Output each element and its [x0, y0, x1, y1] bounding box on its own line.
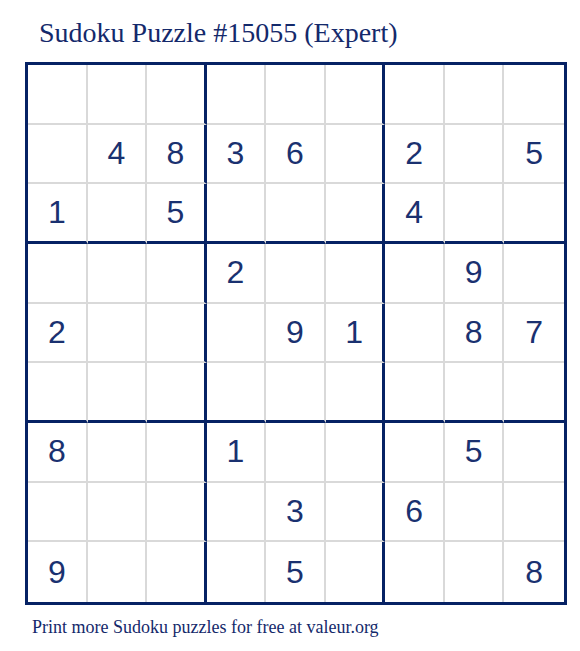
- sudoku-cell-r8c9: [504, 483, 564, 543]
- sudoku-cell-r7c3: [147, 423, 207, 483]
- sudoku-cell-r4c1: [28, 244, 88, 304]
- sudoku-cell-r3c3: 5: [147, 184, 207, 244]
- sudoku-cell-r7c7: [385, 423, 445, 483]
- sudoku-cell-r3c7: 4: [385, 184, 445, 244]
- sudoku-cell-r2c1: [28, 125, 88, 185]
- sudoku-cell-r7c9: [504, 423, 564, 483]
- sudoku-cell-r7c5: [266, 423, 326, 483]
- sudoku-cell-r4c3: [147, 244, 207, 304]
- sudoku-cell-r6c9: [504, 363, 564, 423]
- sudoku-cell-r9c5: 5: [266, 542, 326, 602]
- sudoku-cell-r2c2: 4: [88, 125, 148, 185]
- sudoku-cell-r9c8: [445, 542, 505, 602]
- sudoku-cell-r3c1: 1: [28, 184, 88, 244]
- sudoku-cell-r5c5: 9: [266, 304, 326, 364]
- footer-text: Print more Sudoku puzzles for free at va…: [32, 615, 379, 639]
- sudoku-cell-r4c7: [385, 244, 445, 304]
- sudoku-cell-r4c8: 9: [445, 244, 505, 304]
- sudoku-cell-r8c6: [326, 483, 386, 543]
- sudoku-cell-r5c3: [147, 304, 207, 364]
- sudoku-cell-r9c7: [385, 542, 445, 602]
- sudoku-cell-r3c2: [88, 184, 148, 244]
- sudoku-cell-r5c9: 7: [504, 304, 564, 364]
- sudoku-cell-r4c4: 2: [207, 244, 267, 304]
- sudoku-cell-r6c7: [385, 363, 445, 423]
- sudoku-cell-r2c7: 2: [385, 125, 445, 185]
- sudoku-cell-r1c8: [445, 65, 505, 125]
- sudoku-cell-r8c4: [207, 483, 267, 543]
- sudoku-cell-r9c1: 9: [28, 542, 88, 602]
- sudoku-cell-r6c6: [326, 363, 386, 423]
- sudoku-cell-r5c8: 8: [445, 304, 505, 364]
- sudoku-cell-r6c4: [207, 363, 267, 423]
- sudoku-cell-r1c5: [266, 65, 326, 125]
- sudoku-cell-r2c6: [326, 125, 386, 185]
- sudoku-cell-r2c3: 8: [147, 125, 207, 185]
- sudoku-cell-r9c3: [147, 542, 207, 602]
- sudoku-cell-r8c3: [147, 483, 207, 543]
- sudoku-cell-r8c1: [28, 483, 88, 543]
- sudoku-cell-r3c4: [207, 184, 267, 244]
- sudoku-cell-r4c9: [504, 244, 564, 304]
- sudoku-cell-r5c7: [385, 304, 445, 364]
- sudoku-cell-r9c6: [326, 542, 386, 602]
- sudoku-cell-r2c8: [445, 125, 505, 185]
- sudoku-cell-r6c2: [88, 363, 148, 423]
- sudoku-cell-r5c1: 2: [28, 304, 88, 364]
- sudoku-cell-r4c2: [88, 244, 148, 304]
- sudoku-cell-r7c8: 5: [445, 423, 505, 483]
- sudoku-grid: 483625154292918781536958: [25, 62, 567, 605]
- sudoku-cell-r3c9: [504, 184, 564, 244]
- sudoku-cell-r5c4: [207, 304, 267, 364]
- sudoku-cell-r6c5: [266, 363, 326, 423]
- sudoku-cell-r7c1: 8: [28, 423, 88, 483]
- sudoku-cell-r8c5: 3: [266, 483, 326, 543]
- sudoku-cell-r7c4: 1: [207, 423, 267, 483]
- sudoku-cell-r1c9: [504, 65, 564, 125]
- sudoku-cell-r9c9: 8: [504, 542, 564, 602]
- sudoku-cell-r3c5: [266, 184, 326, 244]
- sudoku-cell-r1c4: [207, 65, 267, 125]
- sudoku-cell-r1c3: [147, 65, 207, 125]
- sudoku-cell-r6c8: [445, 363, 505, 423]
- sudoku-page: Sudoku Puzzle #15055 (Expert) 4836251542…: [0, 0, 580, 651]
- sudoku-cell-r7c2: [88, 423, 148, 483]
- sudoku-cell-r2c5: 6: [266, 125, 326, 185]
- sudoku-cell-r1c7: [385, 65, 445, 125]
- sudoku-cell-r6c1: [28, 363, 88, 423]
- sudoku-cell-r1c1: [28, 65, 88, 125]
- sudoku-cell-r4c6: [326, 244, 386, 304]
- sudoku-cell-r1c6: [326, 65, 386, 125]
- sudoku-cell-r9c2: [88, 542, 148, 602]
- sudoku-cell-r5c6: 1: [326, 304, 386, 364]
- sudoku-cell-r5c2: [88, 304, 148, 364]
- sudoku-cell-r9c4: [207, 542, 267, 602]
- sudoku-cell-r4c5: [266, 244, 326, 304]
- sudoku-cell-r3c6: [326, 184, 386, 244]
- sudoku-cell-r6c3: [147, 363, 207, 423]
- sudoku-cell-r1c2: [88, 65, 148, 125]
- sudoku-cell-r7c6: [326, 423, 386, 483]
- sudoku-cell-r2c4: 3: [207, 125, 267, 185]
- sudoku-cell-r3c8: [445, 184, 505, 244]
- page-title: Sudoku Puzzle #15055 (Expert): [39, 16, 398, 50]
- sudoku-cell-r2c9: 5: [504, 125, 564, 185]
- sudoku-cell-r8c7: 6: [385, 483, 445, 543]
- sudoku-cell-r8c2: [88, 483, 148, 543]
- sudoku-cell-r8c8: [445, 483, 505, 543]
